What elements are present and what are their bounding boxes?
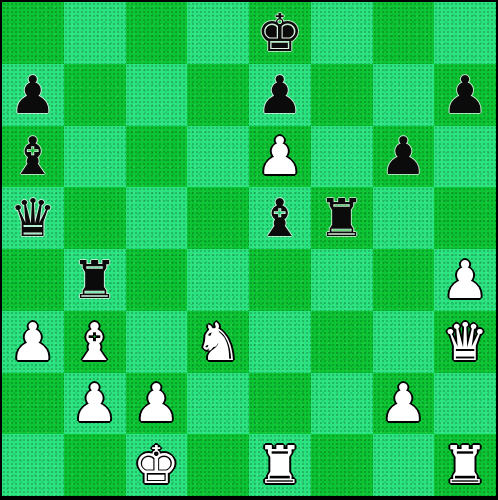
square-a6[interactable]: ♝ xyxy=(2,126,64,188)
piece-black-bishop[interactable]: ♝ xyxy=(257,192,304,244)
square-g5[interactable] xyxy=(373,187,435,249)
square-g6[interactable]: ♟ xyxy=(373,126,435,188)
square-c1[interactable]: ♚ xyxy=(126,434,188,496)
square-h5[interactable] xyxy=(434,187,496,249)
piece-white-queen[interactable]: ♛ xyxy=(442,316,489,368)
square-e4[interactable] xyxy=(249,249,311,311)
piece-white-pawn[interactable]: ♟ xyxy=(10,316,57,368)
square-b7[interactable] xyxy=(64,64,126,126)
piece-white-pawn[interactable]: ♟ xyxy=(257,130,304,182)
square-a4[interactable] xyxy=(2,249,64,311)
square-c8[interactable] xyxy=(126,2,188,64)
piece-black-king[interactable]: ♚ xyxy=(257,7,304,59)
piece-white-rook[interactable]: ♜ xyxy=(257,439,304,491)
square-e5[interactable]: ♝ xyxy=(249,187,311,249)
piece-black-rook[interactable]: ♜ xyxy=(71,254,118,306)
square-h7[interactable]: ♟ xyxy=(434,64,496,126)
piece-white-knight[interactable]: ♞ xyxy=(195,316,242,368)
square-d2[interactable] xyxy=(187,373,249,435)
square-f5[interactable]: ♜ xyxy=(311,187,373,249)
square-a8[interactable] xyxy=(2,2,64,64)
square-c6[interactable] xyxy=(126,126,188,188)
piece-black-rook[interactable]: ♜ xyxy=(318,192,365,244)
square-d5[interactable] xyxy=(187,187,249,249)
piece-black-queen[interactable]: ♛ xyxy=(10,192,57,244)
square-b4[interactable]: ♜ xyxy=(64,249,126,311)
square-h1[interactable]: ♜ xyxy=(434,434,496,496)
piece-black-bishop[interactable]: ♝ xyxy=(10,130,57,182)
square-e1[interactable]: ♜ xyxy=(249,434,311,496)
square-e6[interactable]: ♟ xyxy=(249,126,311,188)
square-a2[interactable] xyxy=(2,373,64,435)
square-d8[interactable] xyxy=(187,2,249,64)
square-g8[interactable] xyxy=(373,2,435,64)
square-b6[interactable] xyxy=(64,126,126,188)
square-c4[interactable] xyxy=(126,249,188,311)
piece-white-pawn[interactable]: ♟ xyxy=(442,254,489,306)
square-e3[interactable] xyxy=(249,311,311,373)
piece-black-pawn[interactable]: ♟ xyxy=(442,69,489,121)
piece-white-bishop[interactable]: ♝ xyxy=(71,316,118,368)
square-d4[interactable] xyxy=(187,249,249,311)
piece-white-king[interactable]: ♚ xyxy=(133,439,180,491)
square-e8[interactable]: ♚ xyxy=(249,2,311,64)
piece-white-pawn[interactable]: ♟ xyxy=(71,377,118,429)
chess-board: ♚♟♟♟♝♟♟♛♝♜♜♟♟♝♞♛♟♟♟♚♜♜ xyxy=(2,2,496,496)
piece-white-rook[interactable]: ♜ xyxy=(442,439,489,491)
square-c5[interactable] xyxy=(126,187,188,249)
square-d7[interactable] xyxy=(187,64,249,126)
piece-black-pawn[interactable]: ♟ xyxy=(380,130,427,182)
square-f3[interactable] xyxy=(311,311,373,373)
square-c3[interactable] xyxy=(126,311,188,373)
square-e7[interactable]: ♟ xyxy=(249,64,311,126)
piece-black-pawn[interactable]: ♟ xyxy=(257,69,304,121)
square-a5[interactable]: ♛ xyxy=(2,187,64,249)
square-h3[interactable]: ♛ xyxy=(434,311,496,373)
square-f4[interactable] xyxy=(311,249,373,311)
piece-white-pawn[interactable]: ♟ xyxy=(380,377,427,429)
square-f8[interactable] xyxy=(311,2,373,64)
square-g4[interactable] xyxy=(373,249,435,311)
square-h8[interactable] xyxy=(434,2,496,64)
board-frame: ♚♟♟♟♝♟♟♛♝♜♜♟♟♝♞♛♟♟♟♚♜♜ xyxy=(0,0,498,500)
piece-black-pawn[interactable]: ♟ xyxy=(10,69,57,121)
square-g1[interactable] xyxy=(373,434,435,496)
square-b2[interactable]: ♟ xyxy=(64,373,126,435)
square-f1[interactable] xyxy=(311,434,373,496)
square-b5[interactable] xyxy=(64,187,126,249)
square-e2[interactable] xyxy=(249,373,311,435)
square-d3[interactable]: ♞ xyxy=(187,311,249,373)
square-g7[interactable] xyxy=(373,64,435,126)
square-d6[interactable] xyxy=(187,126,249,188)
square-h6[interactable] xyxy=(434,126,496,188)
piece-white-pawn[interactable]: ♟ xyxy=(133,377,180,429)
square-a1[interactable] xyxy=(2,434,64,496)
square-b3[interactable]: ♝ xyxy=(64,311,126,373)
square-h4[interactable]: ♟ xyxy=(434,249,496,311)
square-a7[interactable]: ♟ xyxy=(2,64,64,126)
square-f7[interactable] xyxy=(311,64,373,126)
square-f2[interactable] xyxy=(311,373,373,435)
square-h2[interactable] xyxy=(434,373,496,435)
square-f6[interactable] xyxy=(311,126,373,188)
square-d1[interactable] xyxy=(187,434,249,496)
square-b8[interactable] xyxy=(64,2,126,64)
square-c7[interactable] xyxy=(126,64,188,126)
square-a3[interactable]: ♟ xyxy=(2,311,64,373)
square-g2[interactable]: ♟ xyxy=(373,373,435,435)
square-g3[interactable] xyxy=(373,311,435,373)
square-b1[interactable] xyxy=(64,434,126,496)
square-c2[interactable]: ♟ xyxy=(126,373,188,435)
